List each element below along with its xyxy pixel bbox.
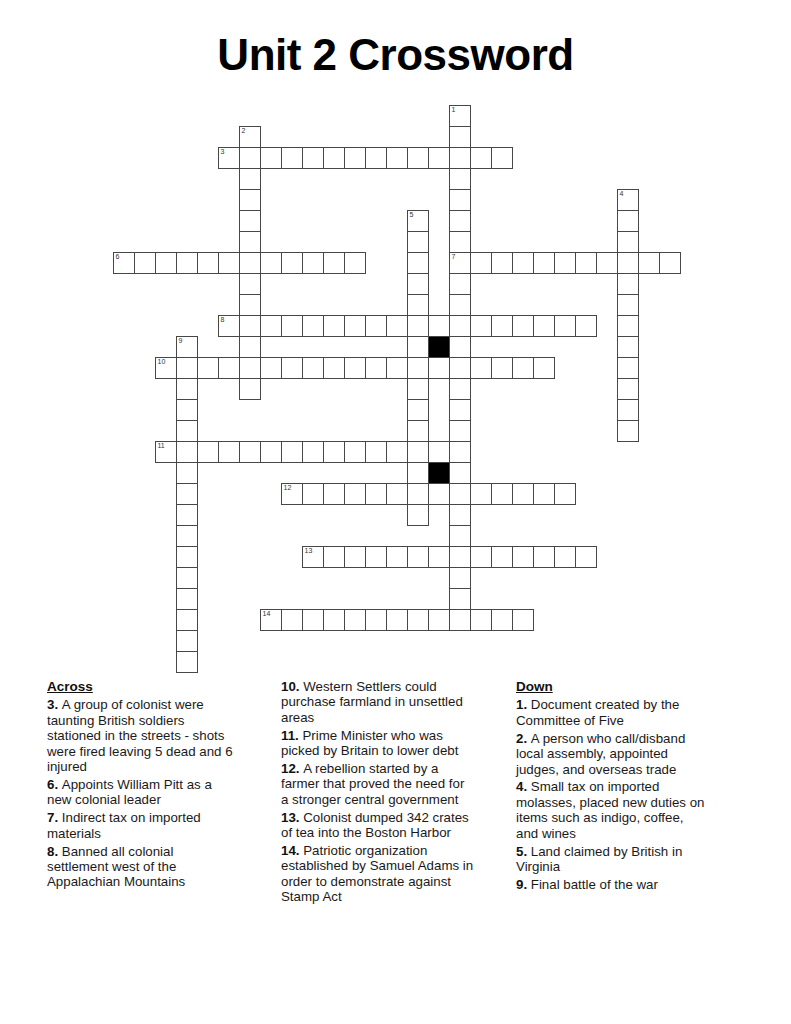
- across-clues-column-2: 10. Western Settlers could purchase farm…: [281, 679, 523, 907]
- clue-text: Patriotic organization established by Sa…: [281, 843, 473, 904]
- clue-3: 3. A group of colonist were taunting Bri…: [47, 697, 289, 774]
- clue-number: 14: [263, 610, 271, 618]
- grid-cell[interactable]: [176, 567, 198, 589]
- grid-cell[interactable]: [449, 126, 471, 148]
- grid-cell[interactable]: [239, 378, 261, 400]
- grid-cell[interactable]: 2: [239, 126, 261, 148]
- grid-cell[interactable]: 6: [113, 252, 135, 274]
- grid-cell[interactable]: [470, 609, 492, 631]
- grid-cell[interactable]: [449, 378, 471, 400]
- grid-cell[interactable]: [491, 147, 513, 169]
- grid-cell[interactable]: [176, 651, 198, 673]
- clue-number-label: 3.: [47, 697, 62, 712]
- clue-text: A person who call/disband local assembly…: [516, 731, 685, 777]
- grid-cell[interactable]: [407, 294, 429, 316]
- grid-cell[interactable]: [260, 147, 282, 169]
- grid-cell[interactable]: [449, 273, 471, 295]
- grid-cell[interactable]: [386, 315, 408, 337]
- grid-cell[interactable]: [176, 399, 198, 421]
- grid-cell[interactable]: [428, 609, 450, 631]
- grid-cell[interactable]: [197, 252, 219, 274]
- grid-cell[interactable]: [386, 483, 408, 505]
- down-header: Down: [516, 679, 758, 694]
- grid-cell[interactable]: [407, 357, 429, 379]
- blocked-cell: [428, 462, 450, 484]
- clue-text: Indirect tax on imported materials: [47, 810, 201, 840]
- clue-7: 7. Indirect tax on imported materials: [47, 810, 289, 841]
- clue-number: 10: [158, 358, 166, 366]
- clue-number: 7: [452, 253, 456, 261]
- grid-cell[interactable]: [428, 357, 450, 379]
- grid-cell[interactable]: [617, 231, 639, 253]
- grid-cell[interactable]: [176, 525, 198, 547]
- grid-cell[interactable]: [491, 546, 513, 568]
- page-title: Unit 2 Crossword: [0, 31, 791, 79]
- grid-cell[interactable]: [512, 546, 534, 568]
- grid-cell[interactable]: [365, 357, 387, 379]
- grid-cell[interactable]: [449, 483, 471, 505]
- grid-cell[interactable]: [197, 441, 219, 463]
- clue-number-label: 11.: [281, 728, 302, 743]
- clue-text: Prime Minister who was picked by Britain…: [281, 728, 458, 758]
- clue-text: A group of colonist were taunting Britis…: [47, 697, 233, 774]
- blocked-cell: [428, 336, 450, 358]
- grid-cell[interactable]: [449, 336, 471, 358]
- grid-cell[interactable]: [449, 210, 471, 232]
- grid-cell[interactable]: [176, 483, 198, 505]
- clue-number: 5: [410, 211, 414, 219]
- grid-cell[interactable]: [428, 441, 450, 463]
- grid-cell[interactable]: 13: [302, 546, 324, 568]
- grid-cell[interactable]: [197, 357, 219, 379]
- grid-cell[interactable]: 9: [176, 336, 198, 358]
- clue-number: 4: [620, 190, 624, 198]
- clue-number-label: 2.: [516, 731, 531, 746]
- grid-cell[interactable]: [281, 609, 303, 631]
- grid-cell[interactable]: [428, 315, 450, 337]
- grid-cell[interactable]: [407, 483, 429, 505]
- grid-cell[interactable]: [281, 441, 303, 463]
- grid-cell[interactable]: [449, 525, 471, 547]
- grid-cell[interactable]: [239, 168, 261, 190]
- grid-cell[interactable]: [176, 588, 198, 610]
- clue-text: Western Settlers could purchase farmland…: [281, 679, 463, 725]
- clue-number: 8: [221, 316, 225, 324]
- grid-cell[interactable]: [617, 294, 639, 316]
- clue-number: 12: [284, 484, 292, 492]
- grid-cell[interactable]: [344, 147, 366, 169]
- grid-cell[interactable]: [449, 588, 471, 610]
- grid-cell[interactable]: [449, 441, 471, 463]
- grid-cell[interactable]: 10: [155, 357, 177, 379]
- clue-number-label: 10.: [281, 679, 303, 694]
- grid-cell[interactable]: [470, 357, 492, 379]
- grid-cell[interactable]: [281, 357, 303, 379]
- clue-number: 1: [452, 106, 456, 114]
- grid-cell[interactable]: [575, 252, 597, 274]
- clue-text: Small tax on imported molasses, placed n…: [516, 779, 704, 840]
- grid-cell[interactable]: [239, 189, 261, 211]
- clue-text: Land claimed by British in Virginia: [516, 844, 682, 874]
- clue-9: 9. Final battle of the war: [516, 877, 758, 892]
- grid-cell[interactable]: 12: [281, 483, 303, 505]
- clue-14: 14. Patriotic organization established b…: [281, 843, 523, 905]
- grid-cell[interactable]: 1: [449, 105, 471, 127]
- grid-cell[interactable]: [491, 252, 513, 274]
- grid-cell[interactable]: [533, 315, 555, 337]
- grid-cell[interactable]: [239, 252, 261, 274]
- grid-cell[interactable]: [239, 357, 261, 379]
- grid-cell[interactable]: [386, 609, 408, 631]
- grid-cell[interactable]: 4: [617, 189, 639, 211]
- across-clues-column-1: Across 3. A group of colonist were taunt…: [47, 679, 289, 892]
- grid-cell[interactable]: [323, 147, 345, 169]
- grid-cell[interactable]: [365, 147, 387, 169]
- grid-cell[interactable]: [617, 252, 639, 274]
- grid-cell[interactable]: [533, 357, 555, 379]
- grid-cell[interactable]: [617, 357, 639, 379]
- grid-cell[interactable]: [575, 546, 597, 568]
- grid-cell[interactable]: [512, 252, 534, 274]
- grid-cell[interactable]: [491, 609, 513, 631]
- clue-number-label: 7.: [47, 810, 62, 825]
- grid-cell[interactable]: [428, 483, 450, 505]
- grid-cell[interactable]: [239, 441, 261, 463]
- grid-cell[interactable]: [575, 315, 597, 337]
- clue-number-label: 6.: [47, 777, 62, 792]
- grid-cell[interactable]: [470, 483, 492, 505]
- grid-cell[interactable]: [470, 252, 492, 274]
- grid-cell[interactable]: [176, 252, 198, 274]
- grid-cell[interactable]: [638, 252, 660, 274]
- grid-cell[interactable]: [302, 147, 324, 169]
- grid-cell[interactable]: [533, 483, 555, 505]
- down-clues-column: Down 1. Document created by the Committe…: [516, 679, 758, 895]
- grid-cell[interactable]: [407, 504, 429, 526]
- grid-cell[interactable]: [176, 420, 198, 442]
- clue-text: Colonist dumped 342 crates of tea into t…: [281, 810, 469, 840]
- grid-cell[interactable]: [491, 357, 513, 379]
- clue-text: A rebellion started by a farmer that pro…: [281, 761, 464, 807]
- grid-cell[interactable]: [155, 252, 177, 274]
- grid-cell[interactable]: [449, 231, 471, 253]
- grid-cell[interactable]: [218, 441, 240, 463]
- grid-cell[interactable]: [470, 546, 492, 568]
- grid-cell[interactable]: [407, 378, 429, 400]
- grid-cell[interactable]: [449, 168, 471, 190]
- grid-cell[interactable]: [554, 315, 576, 337]
- grid-cell[interactable]: [323, 609, 345, 631]
- grid-cell[interactable]: [302, 252, 324, 274]
- grid-cell[interactable]: [176, 441, 198, 463]
- grid-cell[interactable]: [344, 252, 366, 274]
- clue-number-label: 4.: [516, 779, 531, 794]
- grid-cell[interactable]: [239, 231, 261, 253]
- grid-cell[interactable]: [428, 147, 450, 169]
- grid-cell[interactable]: [407, 546, 429, 568]
- grid-cell[interactable]: [533, 546, 555, 568]
- grid-cell[interactable]: [449, 294, 471, 316]
- grid-cell[interactable]: [176, 546, 198, 568]
- grid-cell[interactable]: [449, 420, 471, 442]
- grid-cell[interactable]: [302, 609, 324, 631]
- clue-2: 2. A person who call/disband local assem…: [516, 731, 758, 777]
- grid-cell[interactable]: 14: [260, 609, 282, 631]
- grid-cell[interactable]: [365, 483, 387, 505]
- page: Unit 2 Crossword 1234567891011121314 Acr…: [0, 0, 791, 1024]
- grid-cell[interactable]: [323, 546, 345, 568]
- grid-cell[interactable]: [281, 252, 303, 274]
- clue-13: 13. Colonist dumped 342 crates of tea in…: [281, 810, 523, 841]
- grid-cell[interactable]: [407, 336, 429, 358]
- grid-cell[interactable]: 3: [218, 147, 240, 169]
- grid-cell[interactable]: [449, 609, 471, 631]
- grid-cell[interactable]: [449, 357, 471, 379]
- clue-number: 13: [305, 547, 313, 555]
- grid-cell[interactable]: [617, 399, 639, 421]
- grid-cell[interactable]: [596, 252, 618, 274]
- clue-1: 1. Document created by the Committee of …: [516, 697, 758, 728]
- clue-10: 10. Western Settlers could purchase farm…: [281, 679, 523, 725]
- grid-cell[interactable]: [302, 357, 324, 379]
- grid-cell[interactable]: [617, 273, 639, 295]
- grid-cell[interactable]: [176, 504, 198, 526]
- grid-cell[interactable]: [281, 315, 303, 337]
- grid-cell[interactable]: [449, 315, 471, 337]
- clue-5: 5. Land claimed by British in Virginia: [516, 844, 758, 875]
- grid-cell[interactable]: [428, 546, 450, 568]
- grid-cell[interactable]: [239, 336, 261, 358]
- clue-text: Appoints William Pitt as a new colonial …: [47, 777, 212, 807]
- clue-text: Final battle of the war: [531, 877, 658, 892]
- grid-cell[interactable]: [281, 147, 303, 169]
- grid-cell[interactable]: [344, 315, 366, 337]
- grid-cell[interactable]: [512, 315, 534, 337]
- grid-cell[interactable]: [344, 483, 366, 505]
- clue-number-label: 8.: [47, 844, 62, 859]
- grid-cell[interactable]: [323, 441, 345, 463]
- grid-cell[interactable]: [554, 546, 576, 568]
- grid-cell[interactable]: [365, 546, 387, 568]
- grid-cell[interactable]: [512, 609, 534, 631]
- clue-number-label: 12.: [281, 761, 303, 776]
- grid-cell[interactable]: [407, 609, 429, 631]
- clue-text: Document created by the Committee of Fiv…: [516, 697, 679, 727]
- grid-cell[interactable]: [260, 252, 282, 274]
- clue-number: 6: [116, 253, 120, 261]
- grid-cell[interactable]: [344, 357, 366, 379]
- grid-cell[interactable]: [134, 252, 156, 274]
- grid-cell[interactable]: [617, 378, 639, 400]
- grid-cell[interactable]: [323, 315, 345, 337]
- grid-cell[interactable]: [323, 252, 345, 274]
- grid-cell[interactable]: [617, 336, 639, 358]
- grid-cell[interactable]: [407, 462, 429, 484]
- grid-cell[interactable]: [470, 147, 492, 169]
- clue-number: 9: [179, 337, 183, 345]
- clue-8: 8. Banned all colonial settlement west o…: [47, 844, 289, 890]
- grid-cell[interactable]: [323, 357, 345, 379]
- grid-cell[interactable]: [176, 630, 198, 652]
- grid-cell[interactable]: [218, 252, 240, 274]
- grid-cell[interactable]: [239, 147, 261, 169]
- grid-cell[interactable]: [239, 315, 261, 337]
- grid-cell[interactable]: [407, 231, 429, 253]
- clue-number: 3: [221, 148, 225, 156]
- grid-cell[interactable]: [407, 147, 429, 169]
- clue-number-label: 5.: [516, 844, 531, 859]
- grid-cell[interactable]: [176, 357, 198, 379]
- grid-cell[interactable]: [449, 189, 471, 211]
- grid-cell[interactable]: [386, 357, 408, 379]
- grid-cell[interactable]: [260, 441, 282, 463]
- grid-cell[interactable]: [365, 609, 387, 631]
- across-header: Across: [47, 679, 289, 694]
- grid-cell[interactable]: [449, 147, 471, 169]
- clue-number-label: 13.: [281, 810, 303, 825]
- grid-cell[interactable]: [365, 315, 387, 337]
- crossword-grid: 1234567891011121314: [113, 105, 681, 673]
- grid-cell[interactable]: [617, 315, 639, 337]
- grid-cell[interactable]: [617, 210, 639, 232]
- grid-cell[interactable]: [344, 441, 366, 463]
- grid-cell[interactable]: [407, 252, 429, 274]
- grid-cell[interactable]: [239, 273, 261, 295]
- grid-cell[interactable]: [260, 315, 282, 337]
- grid-cell[interactable]: [491, 483, 513, 505]
- grid-cell[interactable]: [449, 399, 471, 421]
- grid-cell[interactable]: [407, 315, 429, 337]
- grid-cell[interactable]: [512, 483, 534, 505]
- grid-cell[interactable]: [449, 504, 471, 526]
- grid-cell[interactable]: [302, 441, 324, 463]
- clue-4: 4. Small tax on imported molasses, place…: [516, 779, 758, 841]
- clue-12: 12. A rebellion started by a farmer that…: [281, 761, 523, 807]
- clue-number-label: 14.: [281, 843, 303, 858]
- grid-cell[interactable]: [386, 546, 408, 568]
- grid-cell[interactable]: [554, 252, 576, 274]
- grid-cell[interactable]: [176, 462, 198, 484]
- grid-cell[interactable]: [554, 483, 576, 505]
- grid-cell[interactable]: [407, 420, 429, 442]
- grid-cell[interactable]: 5: [407, 210, 429, 232]
- grid-cell[interactable]: [449, 567, 471, 589]
- grid-cell[interactable]: [449, 462, 471, 484]
- grid-cell[interactable]: [512, 357, 534, 379]
- clue-number: 11: [158, 442, 165, 450]
- grid-cell[interactable]: [302, 315, 324, 337]
- grid-cell[interactable]: [302, 483, 324, 505]
- clue-number-label: 9.: [516, 877, 531, 892]
- grid-cell[interactable]: [407, 399, 429, 421]
- grid-cell[interactable]: [386, 147, 408, 169]
- grid-cell[interactable]: [176, 609, 198, 631]
- clue-6: 6. Appoints William Pitt as a new coloni…: [47, 777, 289, 808]
- grid-cell[interactable]: [176, 378, 198, 400]
- grid-cell[interactable]: [533, 252, 555, 274]
- grid-cell[interactable]: [365, 441, 387, 463]
- clue-11: 11. Prime Minister who was picked by Bri…: [281, 728, 523, 759]
- grid-cell[interactable]: [386, 441, 408, 463]
- grid-cell[interactable]: 11: [155, 441, 177, 463]
- clue-number: 2: [242, 127, 246, 135]
- grid-cell[interactable]: [449, 546, 471, 568]
- grid-cell[interactable]: 7: [449, 252, 471, 274]
- grid-cell[interactable]: [260, 357, 282, 379]
- clue-text: Banned all colonial settlement west of t…: [47, 844, 185, 890]
- grid-cell[interactable]: [323, 483, 345, 505]
- grid-cell[interactable]: [617, 420, 639, 442]
- grid-cell[interactable]: [407, 273, 429, 295]
- grid-cell[interactable]: [344, 609, 366, 631]
- grid-cell[interactable]: [218, 357, 240, 379]
- grid-cell[interactable]: [491, 315, 513, 337]
- grid-cell[interactable]: [470, 315, 492, 337]
- clue-number-label: 1.: [516, 697, 531, 712]
- grid-cell[interactable]: [239, 210, 261, 232]
- grid-cell[interactable]: [239, 294, 261, 316]
- grid-cell[interactable]: 8: [218, 315, 240, 337]
- grid-cell[interactable]: [659, 252, 681, 274]
- grid-cell[interactable]: [344, 546, 366, 568]
- grid-cell[interactable]: [407, 441, 429, 463]
